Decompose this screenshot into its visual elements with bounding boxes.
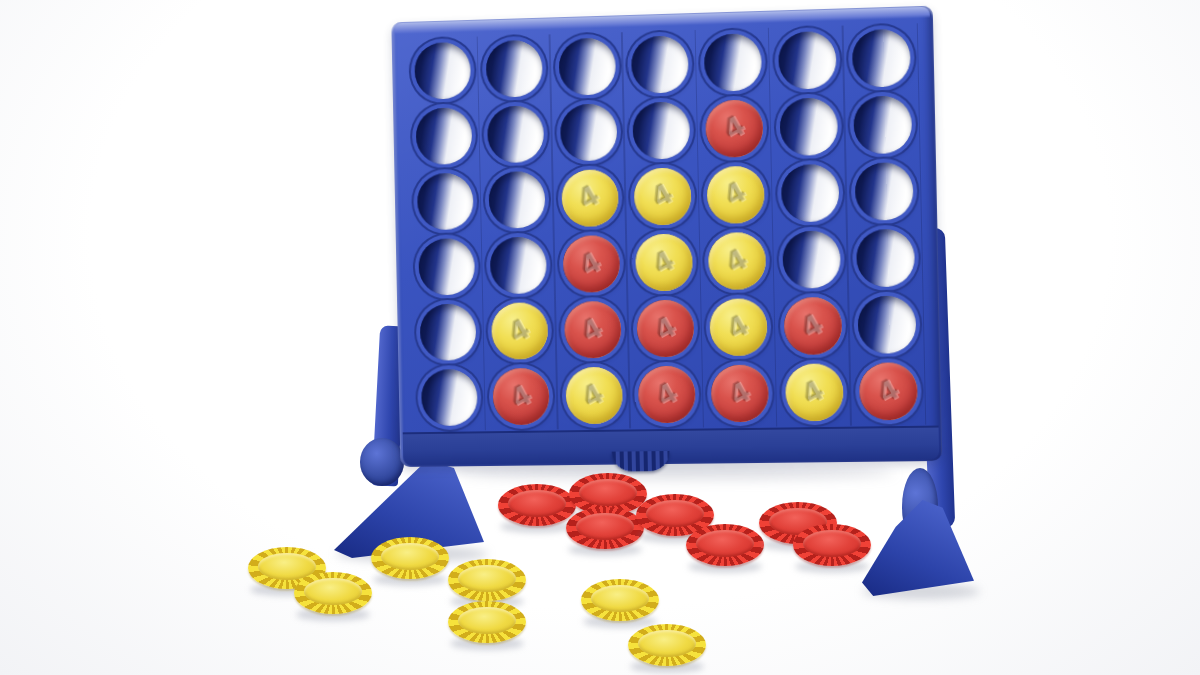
- checker-top-face: [696, 530, 754, 557]
- checker-top-face: [591, 585, 649, 612]
- checker-top-face: [458, 565, 516, 592]
- checker-top-face: [381, 543, 439, 570]
- checker-top-face: [304, 578, 362, 605]
- loose-yellow-checker[interactable]: [448, 601, 526, 643]
- loose-yellow-checker[interactable]: [628, 624, 706, 666]
- loose-yellow-checker[interactable]: [294, 572, 372, 614]
- checker-top-face: [579, 479, 637, 506]
- checker-top-face: [803, 530, 861, 557]
- checker-top-face: [508, 490, 566, 517]
- loose-yellow-checker[interactable]: [448, 559, 526, 601]
- loose-yellow-checker[interactable]: [371, 537, 449, 579]
- loose-red-checker[interactable]: [686, 524, 764, 566]
- loose-checkers-area: [0, 0, 1200, 675]
- checker-top-face: [646, 500, 704, 527]
- checker-top-face: [638, 630, 696, 657]
- loose-red-checker[interactable]: [498, 484, 576, 526]
- loose-yellow-checker[interactable]: [581, 579, 659, 621]
- loose-red-checker[interactable]: [793, 524, 871, 566]
- loose-red-checker[interactable]: [566, 507, 644, 549]
- checker-top-face: [576, 513, 634, 540]
- checker-top-face: [458, 607, 516, 634]
- scene: 444444444444444444: [0, 0, 1200, 675]
